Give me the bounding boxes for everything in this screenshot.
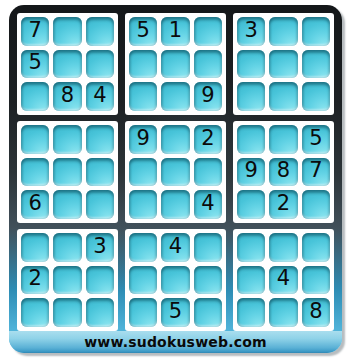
cell-given-digit: 4 [169, 236, 182, 257]
sudoku-cell[interactable] [302, 17, 330, 46]
cell-given-digit: 9 [201, 85, 214, 106]
sudoku-cell[interactable] [161, 190, 189, 219]
cell-given-digit: 6 [28, 193, 41, 214]
sudoku-cell[interactable] [302, 82, 330, 111]
sudoku-cell[interactable]: 2 [269, 190, 297, 219]
cell-given-digit: 4 [93, 85, 106, 106]
site-url-link[interactable]: www.sudokusweb.com [84, 334, 267, 350]
sudoku-cell[interactable] [237, 266, 265, 295]
sudoku-cell[interactable] [86, 298, 114, 327]
sudoku-cell[interactable] [237, 233, 265, 262]
sudoku-cell[interactable] [53, 125, 81, 154]
cell-given-digit: 2 [277, 193, 290, 214]
cell-given-digit: 2 [201, 128, 214, 149]
sudoku-cell[interactable] [21, 298, 49, 327]
sudoku-box: 7584 [17, 13, 118, 115]
sudoku-cell[interactable] [86, 125, 114, 154]
sudoku-cell[interactable]: 4 [269, 266, 297, 295]
cell-given-digit: 2 [28, 268, 41, 289]
sudoku-cell[interactable] [21, 82, 49, 111]
cell-given-digit: 4 [277, 268, 290, 289]
sudoku-cell[interactable] [302, 233, 330, 262]
sudoku-cell[interactable] [86, 266, 114, 295]
sudoku-cell[interactable]: 8 [269, 158, 297, 187]
sudoku-cell[interactable] [53, 233, 81, 262]
sudoku-cell[interactable]: 4 [194, 190, 222, 219]
sudoku-cell[interactable] [53, 298, 81, 327]
sudoku-cell[interactable] [269, 298, 297, 327]
cell-given-digit: 5 [28, 52, 41, 73]
sudoku-cell[interactable] [53, 50, 81, 79]
sudoku-cell[interactable]: 8 [302, 298, 330, 327]
sudoku-cell[interactable]: 4 [86, 82, 114, 111]
sudoku-cell[interactable] [161, 158, 189, 187]
cell-given-digit: 5 [309, 128, 322, 149]
sudoku-box: 45 [125, 229, 226, 331]
sudoku-cell[interactable]: 2 [21, 266, 49, 295]
sudoku-cell[interactable] [269, 125, 297, 154]
sudoku-cell[interactable]: 9 [129, 125, 157, 154]
sudoku-cell[interactable] [161, 125, 189, 154]
cell-given-digit: 5 [169, 301, 182, 322]
sudoku-cell[interactable] [237, 190, 265, 219]
sudoku-cell[interactable] [302, 266, 330, 295]
sudoku-cell[interactable] [53, 17, 81, 46]
sudoku-cell[interactable] [302, 50, 330, 79]
sudoku-cell[interactable] [161, 50, 189, 79]
sudoku-cell[interactable] [269, 17, 297, 46]
sudoku-cell[interactable] [269, 82, 297, 111]
sudoku-cell[interactable] [53, 190, 81, 219]
sudoku-cell[interactable]: 9 [194, 82, 222, 111]
sudoku-cell[interactable] [237, 50, 265, 79]
sudoku-cell[interactable] [302, 190, 330, 219]
sudoku-cell[interactable]: 3 [237, 17, 265, 46]
sudoku-cell[interactable]: 7 [302, 158, 330, 187]
sudoku-box: 32 [17, 229, 118, 331]
sudoku-cell[interactable] [237, 298, 265, 327]
sudoku-cell[interactable]: 6 [21, 190, 49, 219]
sudoku-cell[interactable] [129, 82, 157, 111]
sudoku-box: 3 [233, 13, 334, 115]
sudoku-box: 519 [125, 13, 226, 115]
sudoku-cell[interactable]: 9 [237, 158, 265, 187]
sudoku-cell[interactable] [86, 50, 114, 79]
cell-given-digit: 8 [61, 85, 74, 106]
sudoku-cell[interactable] [161, 82, 189, 111]
cell-given-digit: 4 [201, 193, 214, 214]
sudoku-cell[interactable] [269, 50, 297, 79]
sudoku-frame: 75845193692459872324548 www.sudokusweb.c… [9, 5, 342, 353]
sudoku-cell[interactable] [194, 266, 222, 295]
sudoku-cell[interactable] [53, 266, 81, 295]
sudoku-cell[interactable] [194, 50, 222, 79]
sudoku-cell[interactable] [194, 158, 222, 187]
sudoku-cell[interactable] [161, 266, 189, 295]
cell-given-digit: 9 [244, 160, 257, 181]
sudoku-cell[interactable] [194, 233, 222, 262]
sudoku-cell[interactable] [194, 17, 222, 46]
sudoku-box: 48 [233, 229, 334, 331]
cell-given-digit: 1 [169, 20, 182, 41]
sudoku-cell[interactable]: 5 [161, 298, 189, 327]
sudoku-box: 6 [17, 121, 118, 223]
cell-given-digit: 3 [93, 236, 106, 257]
sudoku-cell[interactable] [21, 125, 49, 154]
cell-given-digit: 8 [277, 160, 290, 181]
sudoku-cell[interactable]: 2 [194, 125, 222, 154]
sudoku-cell[interactable]: 7 [21, 17, 49, 46]
sudoku-cell[interactable]: 5 [21, 50, 49, 79]
sudoku-cell[interactable] [237, 82, 265, 111]
cell-given-digit: 3 [244, 20, 257, 41]
sudoku-cell[interactable] [237, 125, 265, 154]
sudoku-cell[interactable] [194, 298, 222, 327]
cell-given-digit: 7 [309, 160, 322, 181]
sudoku-cell[interactable]: 4 [161, 233, 189, 262]
sudoku-cell[interactable]: 8 [53, 82, 81, 111]
sudoku-box: 59872 [233, 121, 334, 223]
sudoku-cell[interactable] [53, 158, 81, 187]
sudoku-cell[interactable] [129, 266, 157, 295]
sudoku-cell[interactable]: 5 [302, 125, 330, 154]
sudoku-cell[interactable] [129, 233, 157, 262]
cell-given-digit: 9 [136, 128, 149, 149]
sudoku-cell[interactable] [269, 233, 297, 262]
sudoku-cell[interactable]: 1 [161, 17, 189, 46]
sudoku-cell[interactable] [86, 17, 114, 46]
sudoku-cell[interactable] [129, 190, 157, 219]
sudoku-box: 924 [125, 121, 226, 223]
cell-given-digit: 5 [136, 20, 149, 41]
cell-given-digit: 8 [309, 301, 322, 322]
page: 75845193692459872324548 www.sudokusweb.c… [0, 0, 350, 360]
sudoku-cell[interactable]: 3 [86, 233, 114, 262]
sudoku-cell[interactable] [129, 50, 157, 79]
sudoku-cell[interactable] [86, 190, 114, 219]
sudoku-cell[interactable] [21, 233, 49, 262]
sudoku-cell[interactable] [129, 158, 157, 187]
footer-bar: www.sudokusweb.com [9, 331, 342, 353]
cell-given-digit: 7 [28, 20, 41, 41]
sudoku-cell[interactable] [86, 158, 114, 187]
sudoku-cell[interactable] [129, 298, 157, 327]
sudoku-cell[interactable]: 5 [129, 17, 157, 46]
sudoku-board: 75845193692459872324548 [17, 13, 334, 331]
sudoku-cell[interactable] [21, 158, 49, 187]
